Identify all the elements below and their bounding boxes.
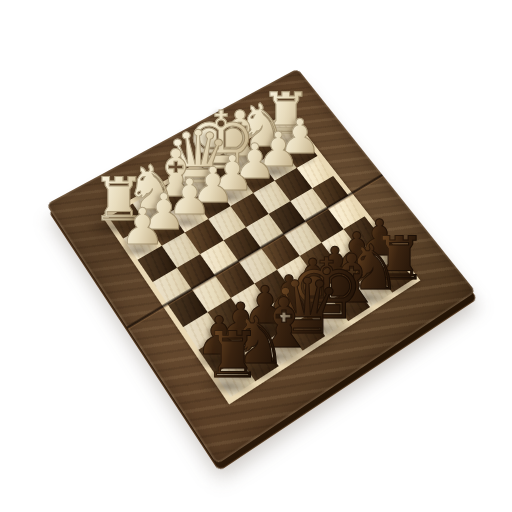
board-maple-trim xyxy=(102,112,421,405)
chess-board-wrap xyxy=(106,93,416,403)
chess-board xyxy=(46,69,476,465)
board-grid xyxy=(109,117,414,397)
product-photo-stage: ♜♞♝♛♚♝♞♜♟♟♟♟♟♟♟♟♟♟♟♟♟♟♟♟♜♞♝♛♚♝♞♜ xyxy=(0,0,512,512)
